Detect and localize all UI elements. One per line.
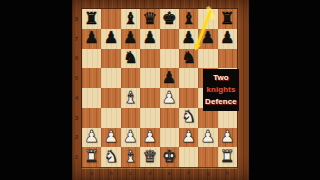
file-label-b: b (101, 168, 120, 178)
square-d3 (140, 108, 159, 128)
square-h6 (218, 49, 237, 69)
black-pawn-h7: ♟ (220, 30, 235, 47)
square-f4 (179, 88, 198, 108)
black-pawn-d7: ♟ (142, 30, 157, 47)
square-f8: ♝ (179, 9, 198, 29)
black-knight-c6: ♞ (123, 50, 138, 67)
square-b5 (101, 68, 120, 88)
square-e2 (160, 128, 179, 148)
square-a5 (82, 68, 101, 88)
rank-label-4: 4 (72, 88, 81, 108)
black-rook-h8: ♜ (220, 11, 235, 28)
black-bishop-c8: ♝ (123, 11, 138, 28)
white-king-e1: ♚ (162, 149, 177, 166)
black-king-e8: ♚ (162, 11, 177, 28)
file-label-d: d (140, 168, 159, 178)
square-f3: ♞ (179, 108, 198, 128)
black-pawn-e5: ♟ (162, 70, 177, 87)
white-rook-a1: ♜ (84, 149, 99, 166)
rank-label-5: 5 (72, 68, 81, 88)
rank-label-8: 8 (72, 9, 81, 29)
square-d8: ♛ (140, 9, 159, 29)
black-pawn-g7: ♟ (201, 30, 216, 47)
black-queen-d8: ♛ (142, 11, 157, 28)
square-b8 (101, 9, 120, 29)
white-pawn-d2: ♟ (142, 129, 157, 146)
opening-label-line3: Defence (205, 96, 237, 108)
file-label-h: h (218, 168, 237, 178)
square-a8: ♜ (82, 9, 101, 29)
square-h8: ♜ (218, 9, 237, 29)
file-label-a: a (82, 168, 101, 178)
file-label-c: c (121, 168, 140, 178)
square-e1: ♚ (160, 147, 179, 167)
square-c8: ♝ (121, 9, 140, 29)
white-pawn-a2: ♟ (84, 129, 99, 146)
white-knight-f3: ♞ (181, 109, 196, 126)
square-e7 (160, 29, 179, 49)
white-pawn-b2: ♟ (104, 129, 119, 146)
square-c6: ♞ (121, 49, 140, 69)
rank-label-7: 7 (72, 29, 81, 49)
file-label-e: e (160, 168, 179, 178)
square-b6 (101, 49, 120, 69)
rank-label-2: 2 (72, 128, 81, 148)
white-bishop-c4: ♝ (123, 90, 138, 107)
square-d7: ♟ (140, 29, 159, 49)
square-e6 (160, 49, 179, 69)
black-bishop-f8: ♝ (181, 11, 196, 28)
opening-label-line2: knights (206, 84, 235, 96)
black-pawn-a7: ♟ (84, 30, 99, 47)
square-c7: ♟ (121, 29, 140, 49)
white-pawn-e4: ♟ (162, 90, 177, 107)
black-pawn-b7: ♟ (104, 30, 119, 47)
square-g6 (198, 49, 217, 69)
square-c1: ♝ (121, 147, 140, 167)
square-b7: ♟ (101, 29, 120, 49)
opening-label-line1: Two (213, 72, 229, 84)
square-f7: ♟ (179, 29, 198, 49)
square-h7: ♟ (218, 29, 237, 49)
square-a3 (82, 108, 101, 128)
white-rook-h1: ♜ (220, 149, 235, 166)
square-h2: ♟ (218, 128, 237, 148)
square-c4: ♝ (121, 88, 140, 108)
file-label-f: f (179, 168, 198, 178)
square-g2: ♟ (198, 128, 217, 148)
square-b4 (101, 88, 120, 108)
square-c5 (121, 68, 140, 88)
white-queen-d1: ♛ (142, 149, 157, 166)
square-a2: ♟ (82, 128, 101, 148)
white-bishop-c1: ♝ (123, 149, 138, 166)
square-f5 (179, 68, 198, 88)
rank-label-3: 3 (72, 108, 81, 128)
square-b3 (101, 108, 120, 128)
white-pawn-g2: ♟ (201, 129, 216, 146)
white-pawn-f2: ♟ (181, 129, 196, 146)
square-e5: ♟ (160, 68, 179, 88)
black-knight-f6: ♞ (181, 50, 196, 67)
rank-label-1: 1 (72, 147, 81, 167)
square-d6 (140, 49, 159, 69)
black-pawn-c7: ♟ (123, 30, 138, 47)
square-e3 (160, 108, 179, 128)
square-d1: ♛ (140, 147, 159, 167)
square-a1: ♜ (82, 147, 101, 167)
square-d5 (140, 68, 159, 88)
rank-label-6: 6 (72, 49, 81, 69)
square-e4: ♟ (160, 88, 179, 108)
square-b2: ♟ (101, 128, 120, 148)
square-d2: ♟ (140, 128, 159, 148)
file-label-g: g (198, 168, 217, 178)
square-b1: ♞ (101, 147, 120, 167)
square-f2: ♟ (179, 128, 198, 148)
square-a7: ♟ (82, 29, 101, 49)
opening-label-box: Two knights Defence (203, 69, 239, 111)
square-e8: ♚ (160, 9, 179, 29)
square-f1 (179, 147, 198, 167)
square-a4 (82, 88, 101, 108)
square-g1 (198, 147, 217, 167)
square-d4 (140, 88, 159, 108)
square-c3 (121, 108, 140, 128)
black-rook-a8: ♜ (84, 11, 99, 28)
square-g7: ♟ (198, 29, 217, 49)
square-g8 (198, 9, 217, 29)
white-pawn-c2: ♟ (123, 129, 138, 146)
square-f6: ♞ (179, 49, 198, 69)
square-c2: ♟ (121, 128, 140, 148)
black-pawn-f7: ♟ (181, 30, 196, 47)
white-pawn-h2: ♟ (220, 129, 235, 146)
white-knight-b1: ♞ (104, 149, 119, 166)
square-h1: ♜ (218, 147, 237, 167)
square-a6 (82, 49, 101, 69)
